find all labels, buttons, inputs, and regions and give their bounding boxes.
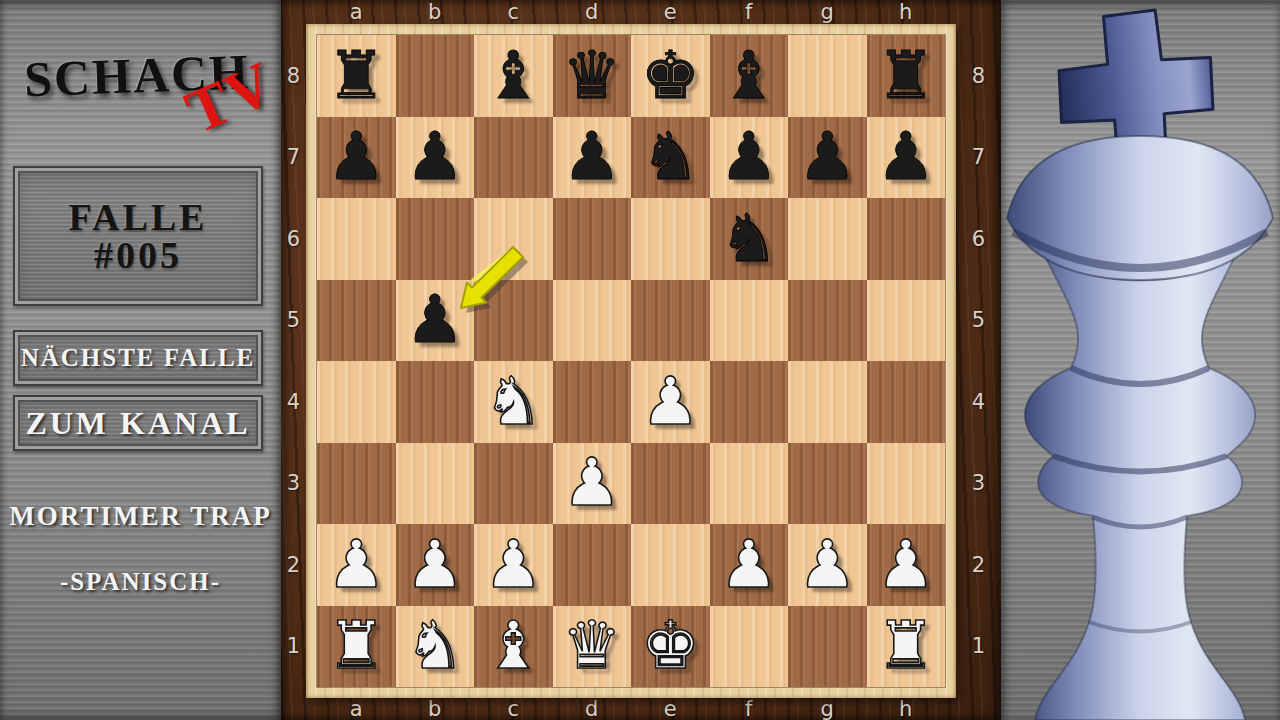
square-c6 [474,198,553,280]
square-d5 [553,280,632,362]
black-bishop-f8: ♝ [710,35,789,117]
square-c5 [474,280,553,362]
file-label-bottom-c: c [474,697,553,720]
square-a5 [317,280,396,362]
white-king-e1: ♚ [631,606,710,688]
square-f7: ♟ [710,117,789,199]
square-c8: ♝ [474,35,553,117]
left-sidebar: SCHACH TV FALLE #005 NÄCHSTE FALLE ZUM K… [0,0,281,720]
square-b6 [396,198,475,280]
square-e8: ♚ [631,35,710,117]
black-knight-f6: ♞ [710,198,789,280]
square-g8 [788,35,867,117]
white-pawn-b2: ♟ [396,524,475,606]
square-f4 [710,361,789,443]
square-g2: ♟ [788,524,867,606]
square-a4 [317,361,396,443]
square-b8 [396,35,475,117]
square-b5: ♟ [396,280,475,362]
chessboard: ♜♝♛♚♝♜♟♟♟♞♟♟♟♞♟♞♟♟♟♟♟♟♟♟♜♞♝♛♚♜ [317,35,945,687]
square-f8: ♝ [710,35,789,117]
square-c7 [474,117,553,199]
black-pawn-a7: ♟ [317,117,396,199]
black-pawn-h7: ♟ [867,117,946,199]
square-f2: ♟ [710,524,789,606]
square-e5 [631,280,710,362]
rank-labels-left: 87654321 [281,35,306,687]
rank-label-right-7: 7 [956,117,1001,199]
black-queen-d8: ♛ [553,35,632,117]
rank-label-left-4: 4 [281,361,306,443]
square-b1: ♞ [396,606,475,688]
square-g5 [788,280,867,362]
white-knight-c4: ♞ [474,361,553,443]
rank-label-left-8: 8 [281,35,306,117]
opening-name: -SPANISCH- [0,568,281,596]
black-pawn-b5: ♟ [396,280,475,362]
file-label-bottom-g: g [788,697,867,720]
black-knight-e7: ♞ [631,117,710,199]
rank-label-right-3: 3 [956,443,1001,525]
square-f3 [710,443,789,525]
square-f5 [710,280,789,362]
square-g1 [788,606,867,688]
square-b3 [396,443,475,525]
channel-link-button-label: ZUM KANAL [25,405,250,442]
black-pawn-b7: ♟ [396,117,475,199]
square-d3: ♟ [553,443,632,525]
file-labels-bottom: abcdefgh [317,697,945,720]
square-c1: ♝ [474,606,553,688]
file-label-top-a: a [317,0,396,24]
black-rook-h8: ♜ [867,35,946,117]
file-label-bottom-f: f [710,697,789,720]
white-pawn-g2: ♟ [788,524,867,606]
rank-label-right-5: 5 [956,280,1001,362]
square-e6 [631,198,710,280]
square-h1: ♜ [867,606,946,688]
file-label-bottom-b: b [396,697,475,720]
square-g7: ♟ [788,117,867,199]
file-label-bottom-e: e [631,697,710,720]
video-thumbnail: SCHACH TV FALLE #005 NÄCHSTE FALLE ZUM K… [0,0,1280,720]
episode-plate: FALLE #005 [13,166,263,306]
rank-label-left-3: 3 [281,443,306,525]
square-a6 [317,198,396,280]
square-f1 [710,606,789,688]
rank-label-right-1: 1 [956,606,1001,688]
white-queen-d1: ♛ [553,606,632,688]
square-e4: ♟ [631,361,710,443]
square-d8: ♛ [553,35,632,117]
black-pawn-f7: ♟ [710,117,789,199]
square-d1: ♛ [553,606,632,688]
file-label-bottom-d: d [553,697,632,720]
square-e2 [631,524,710,606]
file-labels-top: abcdefgh [317,0,945,24]
square-e7: ♞ [631,117,710,199]
rank-label-right-8: 8 [956,35,1001,117]
square-g4 [788,361,867,443]
rank-labels-right: 87654321 [956,35,1001,687]
square-e3 [631,443,710,525]
square-b4 [396,361,475,443]
rank-label-left-1: 1 [281,606,306,688]
file-label-bottom-a: a [317,697,396,720]
next-trap-button-label: NÄCHSTE FALLE [21,344,256,372]
black-pawn-g7: ♟ [788,117,867,199]
episode-number: #005 [94,236,182,274]
chessboard-frame: abcdefgh abcdefgh 87654321 87654321 ♜♝♛♚… [281,0,1001,720]
square-g3 [788,443,867,525]
right-panel [1001,0,1280,720]
square-h4 [867,361,946,443]
square-d7: ♟ [553,117,632,199]
file-label-bottom-h: h [867,697,946,720]
file-label-top-c: c [474,0,553,24]
black-pawn-d7: ♟ [553,117,632,199]
white-pawn-a2: ♟ [317,524,396,606]
black-bishop-c8: ♝ [474,35,553,117]
square-a1: ♜ [317,606,396,688]
square-f6: ♞ [710,198,789,280]
rank-label-right-6: 6 [956,198,1001,280]
square-a2: ♟ [317,524,396,606]
rank-label-left-6: 6 [281,198,306,280]
black-rook-a8: ♜ [317,35,396,117]
square-c4: ♞ [474,361,553,443]
file-label-top-d: d [553,0,632,24]
file-label-top-h: h [867,0,946,24]
square-h7: ♟ [867,117,946,199]
episode-label: FALLE [69,198,208,236]
square-c3 [474,443,553,525]
next-trap-button[interactable]: NÄCHSTE FALLE [13,330,263,386]
file-label-top-e: e [631,0,710,24]
white-pawn-h2: ♟ [867,524,946,606]
square-g6 [788,198,867,280]
white-knight-b1: ♞ [396,606,475,688]
square-h8: ♜ [867,35,946,117]
white-bishop-c1: ♝ [474,606,553,688]
white-pawn-f2: ♟ [710,524,789,606]
square-b2: ♟ [396,524,475,606]
square-e1: ♚ [631,606,710,688]
square-d6 [553,198,632,280]
rank-label-right-4: 4 [956,361,1001,443]
king-figure-3d [1001,0,1280,720]
rank-label-left-2: 2 [281,524,306,606]
white-rook-a1: ♜ [317,606,396,688]
square-h3 [867,443,946,525]
black-king-e8: ♚ [631,35,710,117]
rank-label-left-5: 5 [281,280,306,362]
file-label-top-g: g [788,0,867,24]
square-c2: ♟ [474,524,553,606]
square-d4 [553,361,632,443]
channel-link-button[interactable]: ZUM KANAL [13,395,263,451]
square-a7: ♟ [317,117,396,199]
square-b7: ♟ [396,117,475,199]
square-a8: ♜ [317,35,396,117]
white-pawn-d3: ♟ [553,443,632,525]
rank-label-left-7: 7 [281,117,306,199]
white-pawn-e4: ♟ [631,361,710,443]
file-label-top-b: b [396,0,475,24]
square-h5 [867,280,946,362]
rank-label-right-2: 2 [956,524,1001,606]
white-pawn-c2: ♟ [474,524,553,606]
square-d2 [553,524,632,606]
trap-name: MORTIMER TRAP [0,501,281,532]
square-h2: ♟ [867,524,946,606]
white-rook-h1: ♜ [867,606,946,688]
file-label-top-f: f [710,0,789,24]
board-inner-border: ♜♝♛♚♝♜♟♟♟♞♟♟♟♞♟♞♟♟♟♟♟♟♟♟♜♞♝♛♚♜ [306,24,956,698]
square-a3 [317,443,396,525]
square-h6 [867,198,946,280]
